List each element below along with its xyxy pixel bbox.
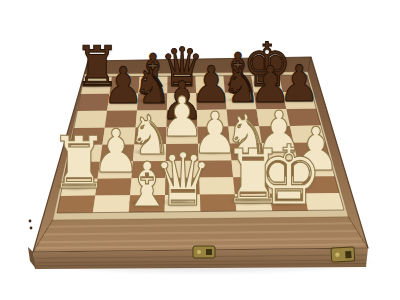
square-e6 xyxy=(197,110,229,127)
square-d4 xyxy=(166,144,199,161)
square-g5 xyxy=(259,126,294,143)
square-e7 xyxy=(196,93,227,110)
chess-set-photo: ♚♝♛♝♜♟♟♞♟♞♟♟♟♟♞♟♞♟♟♜♚♜♛♝ xyxy=(0,0,400,300)
square-g1 xyxy=(270,194,309,211)
square-h3 xyxy=(297,159,335,176)
square-d1 xyxy=(165,195,201,212)
square-a3 xyxy=(64,162,100,179)
square-b2 xyxy=(95,178,131,195)
square-h6 xyxy=(286,109,321,126)
square-f7 xyxy=(225,92,257,109)
square-b8 xyxy=(110,77,140,94)
square-b7 xyxy=(107,94,138,111)
square-a8 xyxy=(81,77,112,94)
square-g2 xyxy=(267,177,305,194)
square-h1 xyxy=(305,193,345,210)
hinge-screw xyxy=(29,220,32,223)
square-h8 xyxy=(279,75,312,92)
square-f3 xyxy=(232,160,268,177)
square-d6 xyxy=(167,110,198,127)
square-e3 xyxy=(199,160,234,177)
square-g3 xyxy=(264,160,301,177)
square-c3 xyxy=(132,161,166,178)
square-d3 xyxy=(165,161,199,178)
square-b3 xyxy=(98,161,133,178)
brass-clasp-left xyxy=(193,246,215,258)
square-a2 xyxy=(60,179,97,196)
square-a1 xyxy=(57,196,95,213)
hinge-screw xyxy=(30,227,33,230)
square-c2 xyxy=(130,178,165,195)
square-c4 xyxy=(133,144,166,161)
square-d2 xyxy=(165,178,200,195)
square-c8 xyxy=(138,76,167,93)
square-c7 xyxy=(137,93,167,110)
square-a6 xyxy=(74,111,107,128)
square-b5 xyxy=(102,127,135,144)
chess-board xyxy=(0,0,400,300)
square-e8 xyxy=(196,76,226,93)
brass-clasp-right xyxy=(331,247,355,262)
square-e1 xyxy=(200,194,237,211)
square-f2 xyxy=(233,177,270,194)
square-f6 xyxy=(227,109,260,126)
square-c1 xyxy=(129,195,165,212)
square-c5 xyxy=(134,127,166,144)
square-b1 xyxy=(93,195,130,212)
square-g8 xyxy=(251,75,282,92)
square-a7 xyxy=(77,94,109,111)
square-b6 xyxy=(105,110,137,127)
square-h2 xyxy=(301,176,340,193)
square-c6 xyxy=(136,110,167,127)
square-d5 xyxy=(166,127,198,144)
square-a4 xyxy=(67,145,102,162)
square-g4 xyxy=(262,143,298,160)
square-f8 xyxy=(223,76,254,93)
square-f5 xyxy=(228,126,261,143)
square-g7 xyxy=(254,92,287,109)
square-e4 xyxy=(198,143,232,160)
square-a5 xyxy=(71,128,105,145)
square-e2 xyxy=(199,177,235,194)
square-f4 xyxy=(230,143,265,160)
square-g6 xyxy=(257,109,291,126)
square-d7 xyxy=(167,93,197,110)
square-e5 xyxy=(197,127,230,144)
square-d8 xyxy=(167,76,196,93)
square-h4 xyxy=(294,143,331,160)
square-b4 xyxy=(100,144,134,161)
square-h5 xyxy=(290,126,326,143)
square-h7 xyxy=(283,92,317,109)
square-f1 xyxy=(235,194,272,211)
